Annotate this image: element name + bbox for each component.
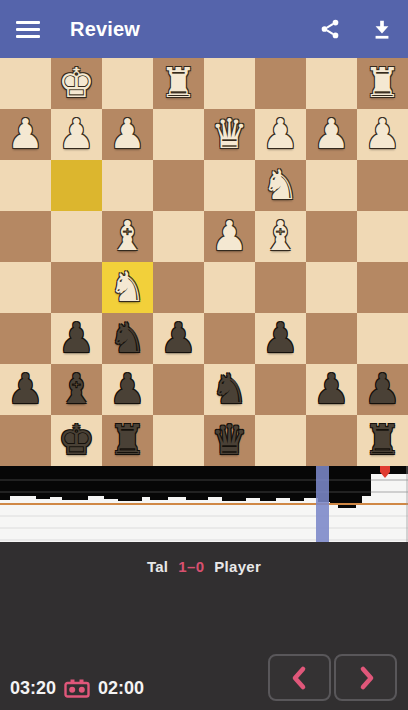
square-h8[interactable] [0, 415, 51, 466]
square-b8[interactable] [306, 415, 357, 466]
black-rook-f8: ♜ [109, 415, 146, 466]
result-score: 1–0 [178, 558, 204, 575]
square-d4[interactable]: ♟ [204, 211, 255, 262]
square-b4[interactable] [306, 211, 357, 262]
white-player-name: Tal [147, 558, 168, 575]
square-b1[interactable] [306, 58, 357, 109]
page-title: Review [70, 18, 318, 41]
square-b5[interactable] [306, 262, 357, 313]
square-f8[interactable]: ♜ [102, 415, 153, 466]
white-pawn-d4: ♟ [211, 211, 248, 262]
app-bar: Review [0, 0, 408, 58]
square-h5[interactable] [0, 262, 51, 313]
square-a4[interactable] [357, 211, 408, 262]
white-bishop-c4: ♝ [262, 211, 299, 262]
next-move-button[interactable] [334, 654, 397, 701]
black-player-name: Player [214, 558, 261, 575]
square-c2[interactable]: ♟ [255, 109, 306, 160]
black-bishop-g7: ♝ [58, 364, 95, 415]
square-h3[interactable] [0, 160, 51, 211]
white-pawn-f2: ♟ [109, 109, 146, 160]
chess-clock-icon [64, 679, 90, 698]
square-f7[interactable]: ♟ [102, 364, 153, 415]
square-c3[interactable]: ♞ [255, 160, 306, 211]
square-g4[interactable] [51, 211, 102, 262]
white-knight-f5: ♞ [109, 262, 146, 313]
square-g5[interactable] [51, 262, 102, 313]
chess-board: ♚♜♜♟♟♟♛♟♟♟♞♝♟♝♞♟♞♟♟♟♝♟♞♟♟♚♜♛♜ [0, 58, 408, 466]
square-e1[interactable]: ♜ [153, 58, 204, 109]
square-c1[interactable] [255, 58, 306, 109]
square-a5[interactable] [357, 262, 408, 313]
white-pawn-h2: ♟ [7, 109, 44, 160]
white-pawn-b2: ♟ [313, 109, 350, 160]
square-h1[interactable] [0, 58, 51, 109]
square-a3[interactable] [357, 160, 408, 211]
square-f3[interactable] [102, 160, 153, 211]
square-d3[interactable] [204, 160, 255, 211]
square-d6[interactable] [204, 313, 255, 364]
white-bishop-f4: ♝ [109, 211, 146, 262]
move-navigation [268, 654, 397, 701]
square-h2[interactable]: ♟ [0, 109, 51, 160]
black-rook-a8: ♜ [364, 415, 401, 466]
square-f1[interactable] [102, 58, 153, 109]
white-rook-e1: ♜ [160, 58, 197, 109]
square-e8[interactable] [153, 415, 204, 466]
square-d8[interactable]: ♛ [204, 415, 255, 466]
square-f2[interactable]: ♟ [102, 109, 153, 160]
download-icon[interactable] [370, 17, 394, 41]
eval-cursor[interactable] [316, 466, 329, 542]
square-d5[interactable] [204, 262, 255, 313]
black-pawn-c6: ♟ [262, 313, 299, 364]
square-c7[interactable] [255, 364, 306, 415]
chevron-left-icon [288, 664, 312, 692]
square-c6[interactable]: ♟ [255, 313, 306, 364]
square-g6[interactable]: ♟ [51, 313, 102, 364]
white-pawn-g2: ♟ [58, 109, 95, 160]
square-e3[interactable] [153, 160, 204, 211]
square-f4[interactable]: ♝ [102, 211, 153, 262]
black-pawn-h7: ♟ [7, 364, 44, 415]
eval-graph[interactable] [0, 466, 408, 542]
square-e7[interactable] [153, 364, 204, 415]
square-h7[interactable]: ♟ [0, 364, 51, 415]
square-d1[interactable] [204, 58, 255, 109]
white-rook-a1: ♜ [364, 58, 401, 109]
black-pawn-f7: ♟ [109, 364, 146, 415]
square-b2[interactable]: ♟ [306, 109, 357, 160]
share-icon[interactable] [318, 17, 342, 41]
square-c4[interactable]: ♝ [255, 211, 306, 262]
square-h4[interactable] [0, 211, 51, 262]
white-clock: 03:20 [10, 678, 56, 699]
square-h6[interactable] [0, 313, 51, 364]
white-knight-c3: ♞ [262, 160, 299, 211]
square-f6[interactable]: ♞ [102, 313, 153, 364]
black-queen-d8: ♛ [211, 415, 248, 466]
prev-move-button[interactable] [268, 654, 331, 701]
square-g1[interactable]: ♚ [51, 58, 102, 109]
chevron-right-icon [354, 664, 378, 692]
square-d7[interactable]: ♞ [204, 364, 255, 415]
menu-icon[interactable] [16, 17, 40, 42]
black-knight-d7: ♞ [211, 364, 248, 415]
black-pawn-a7: ♟ [364, 364, 401, 415]
square-a7[interactable]: ♟ [357, 364, 408, 415]
square-d2[interactable]: ♛ [204, 109, 255, 160]
white-pawn-c2: ♟ [262, 109, 299, 160]
square-a1[interactable]: ♜ [357, 58, 408, 109]
square-c5[interactable] [255, 262, 306, 313]
square-g2[interactable]: ♟ [51, 109, 102, 160]
square-b3[interactable] [306, 160, 357, 211]
white-pawn-a2: ♟ [364, 109, 401, 160]
square-g3[interactable] [51, 160, 102, 211]
square-b7[interactable]: ♟ [306, 364, 357, 415]
black-pawn-e6: ♟ [160, 313, 197, 364]
white-queen-d2: ♛ [211, 109, 248, 160]
black-pawn-g6: ♟ [58, 313, 95, 364]
square-e5[interactable] [153, 262, 204, 313]
clocks: 03:20 02:00 [10, 678, 144, 699]
square-b6[interactable] [306, 313, 357, 364]
black-clock: 02:00 [98, 678, 144, 699]
square-a2[interactable]: ♟ [357, 109, 408, 160]
square-f5[interactable]: ♞ [102, 262, 153, 313]
square-e6[interactable]: ♟ [153, 313, 204, 364]
square-g8[interactable]: ♚ [51, 415, 102, 466]
black-knight-f6: ♞ [109, 313, 146, 364]
black-king-g8: ♚ [58, 415, 95, 466]
square-e2[interactable] [153, 109, 204, 160]
square-c8[interactable] [255, 415, 306, 466]
square-g7[interactable]: ♝ [51, 364, 102, 415]
square-a6[interactable] [357, 313, 408, 364]
black-pawn-b7: ♟ [313, 364, 350, 415]
game-result: Tal 1–0 Player [0, 542, 408, 584]
white-king-g1: ♚ [58, 58, 95, 109]
square-e4[interactable] [153, 211, 204, 262]
square-a8[interactable]: ♜ [357, 415, 408, 466]
